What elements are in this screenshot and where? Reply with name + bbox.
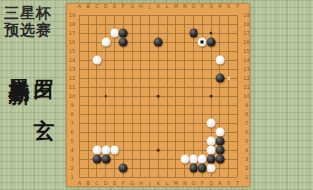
row-label: 13 bbox=[69, 67, 75, 72]
row-label: 1 bbox=[245, 175, 248, 180]
row-label: 19 bbox=[69, 13, 75, 18]
row-label: 18 bbox=[243, 22, 249, 27]
white-player-upper: 白罗 bbox=[32, 62, 56, 64]
black-stone bbox=[93, 155, 102, 164]
row-label: 12 bbox=[69, 76, 75, 81]
column-label: E bbox=[113, 181, 116, 186]
black-stone bbox=[101, 155, 110, 164]
white-stone bbox=[93, 146, 102, 155]
column-label: A bbox=[78, 3, 81, 8]
column-label: P bbox=[201, 181, 204, 186]
column-label: F bbox=[122, 3, 125, 8]
column-label: Q bbox=[209, 3, 213, 8]
white-stone bbox=[93, 56, 102, 65]
row-label: 11 bbox=[69, 85, 75, 90]
white-stone bbox=[101, 38, 110, 47]
column-label: O bbox=[192, 181, 196, 186]
marker-light-dot bbox=[227, 77, 230, 80]
column-label: D bbox=[104, 3, 108, 8]
black-stone bbox=[189, 164, 198, 173]
column-label: H bbox=[139, 181, 143, 186]
white-stone bbox=[215, 56, 224, 65]
grid-line-vertical bbox=[228, 15, 229, 177]
column-label: C bbox=[95, 181, 99, 186]
row-label: 16 bbox=[69, 40, 75, 45]
row-label: 6 bbox=[70, 130, 73, 135]
grid-line-vertical bbox=[237, 15, 238, 177]
white-player-column: 白罗 玄 bbox=[33, 62, 55, 102]
row-label: 5 bbox=[70, 139, 73, 144]
row-label: 1 bbox=[70, 175, 73, 180]
row-label: 8 bbox=[245, 112, 248, 117]
row-label: 16 bbox=[243, 40, 249, 45]
row-label: 2 bbox=[245, 166, 248, 171]
star-point bbox=[157, 95, 160, 98]
black-stone bbox=[207, 38, 216, 47]
column-label: M bbox=[174, 181, 178, 186]
black-player-column: 黑杨鼎新 bbox=[8, 62, 30, 66]
row-label: 8 bbox=[70, 112, 73, 117]
row-label: 6 bbox=[245, 130, 248, 135]
column-label: K bbox=[157, 3, 160, 8]
column-label: T bbox=[236, 3, 239, 8]
row-label: 3 bbox=[70, 157, 73, 162]
column-label: Q bbox=[209, 181, 213, 186]
row-label: 4 bbox=[70, 148, 73, 153]
column-label: A bbox=[78, 181, 81, 186]
grid-line-horizontal bbox=[79, 114, 237, 115]
white-stone bbox=[110, 146, 119, 155]
column-label: F bbox=[122, 181, 125, 186]
row-label: 11 bbox=[243, 85, 249, 90]
black-stone bbox=[119, 29, 128, 38]
column-label: J bbox=[149, 181, 150, 186]
column-label: N bbox=[183, 3, 187, 8]
white-player-lower: 玄 bbox=[32, 101, 56, 102]
row-label: 5 bbox=[245, 139, 248, 144]
row-label: 12 bbox=[243, 76, 249, 81]
column-label: B bbox=[86, 3, 89, 8]
column-label: G bbox=[130, 181, 134, 186]
white-stone bbox=[207, 119, 216, 128]
star-point bbox=[104, 95, 107, 98]
event-title-line2: 预选赛 bbox=[4, 22, 52, 39]
event-title-line1: 三星杯 bbox=[4, 5, 52, 22]
row-label: 2 bbox=[70, 166, 73, 171]
column-label: K bbox=[157, 181, 160, 186]
grid-line-vertical bbox=[175, 15, 176, 177]
black-stone bbox=[189, 29, 198, 38]
app-canvas: 三星杯 预选赛 黑杨鼎新 白罗 玄 AABBCCDDEEFFGGHHJJKKLL… bbox=[0, 0, 313, 190]
star-point bbox=[157, 149, 160, 152]
white-stone bbox=[207, 137, 216, 146]
row-label: 19 bbox=[243, 13, 249, 18]
row-label: 14 bbox=[243, 58, 249, 63]
row-label: 10 bbox=[69, 94, 75, 99]
black-stone bbox=[119, 38, 128, 47]
column-label: E bbox=[113, 3, 116, 8]
row-label: 3 bbox=[245, 157, 248, 162]
row-label: 4 bbox=[245, 148, 248, 153]
column-label: L bbox=[166, 181, 169, 186]
row-label: 15 bbox=[243, 49, 249, 54]
black-stone bbox=[215, 155, 224, 164]
column-label: R bbox=[218, 3, 221, 8]
black-stone bbox=[119, 164, 128, 173]
grid-line-vertical bbox=[167, 15, 168, 177]
column-label: M bbox=[174, 3, 178, 8]
black-stone bbox=[215, 146, 224, 155]
column-label: S bbox=[227, 181, 230, 186]
star-point bbox=[210, 95, 213, 98]
column-label: O bbox=[192, 3, 196, 8]
column-label: T bbox=[236, 181, 239, 186]
column-label: B bbox=[86, 181, 89, 186]
go-board[interactable]: AABBCCDDEEFFGGHHJJKKLLMMNNOOPPQQRRSSTT19… bbox=[66, 3, 250, 187]
row-label: 18 bbox=[69, 22, 75, 27]
black-stone bbox=[198, 164, 207, 173]
column-label: L bbox=[166, 3, 169, 8]
white-stone bbox=[198, 155, 207, 164]
white-stone bbox=[110, 29, 119, 38]
marker-dark-dot bbox=[210, 32, 213, 35]
last-move-marker bbox=[201, 41, 204, 44]
column-label: C bbox=[95, 3, 99, 8]
black-stone bbox=[215, 137, 224, 146]
grid-line-vertical bbox=[184, 15, 185, 177]
black-stone bbox=[154, 38, 163, 47]
column-label: D bbox=[104, 181, 108, 186]
column-label: P bbox=[201, 3, 204, 8]
grid-line-horizontal bbox=[79, 105, 237, 106]
row-label: 7 bbox=[70, 121, 73, 126]
row-label: 17 bbox=[69, 31, 75, 36]
white-stone bbox=[215, 128, 224, 137]
white-stone bbox=[180, 155, 189, 164]
row-label: 14 bbox=[69, 58, 75, 63]
row-label: 9 bbox=[245, 103, 248, 108]
row-label: 17 bbox=[243, 31, 249, 36]
column-label: J bbox=[149, 3, 150, 8]
white-stone bbox=[189, 155, 198, 164]
grid-line-vertical bbox=[193, 15, 194, 177]
column-label: H bbox=[139, 3, 143, 8]
column-label: N bbox=[183, 181, 187, 186]
black-stone bbox=[215, 74, 224, 83]
black-stone bbox=[207, 155, 216, 164]
column-label: R bbox=[218, 181, 221, 186]
white-stone bbox=[207, 146, 216, 155]
row-label: 7 bbox=[245, 121, 248, 126]
event-title: 三星杯 预选赛 bbox=[4, 5, 52, 39]
grid-line-horizontal bbox=[79, 132, 237, 133]
grid-line-horizontal bbox=[79, 177, 237, 178]
info-panel: 三星杯 预选赛 黑杨鼎新 白罗 玄 bbox=[0, 0, 66, 190]
column-label: G bbox=[130, 3, 134, 8]
white-stone bbox=[101, 146, 110, 155]
row-label: 10 bbox=[243, 94, 249, 99]
row-label: 15 bbox=[69, 49, 75, 54]
row-label: 13 bbox=[243, 67, 249, 72]
row-label: 9 bbox=[70, 103, 73, 108]
white-stone bbox=[207, 164, 216, 173]
column-label: S bbox=[227, 3, 230, 8]
